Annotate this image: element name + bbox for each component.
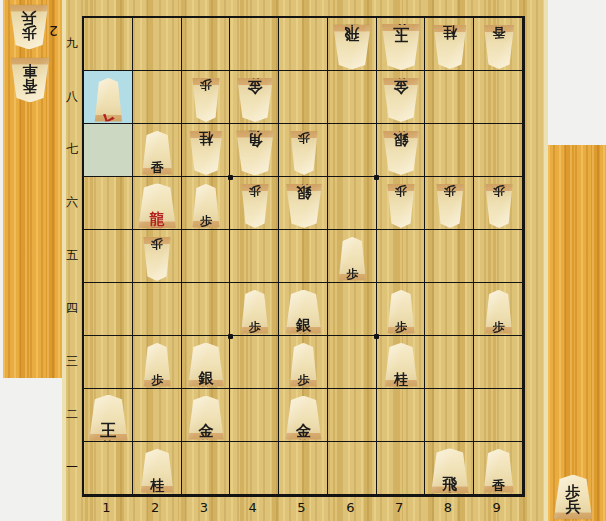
square-4-五[interactable]	[230, 230, 279, 283]
square-6-八[interactable]	[328, 71, 377, 124]
square-6-三[interactable]	[328, 336, 377, 389]
square-4-二[interactable]	[230, 389, 279, 442]
square-6-四[interactable]	[328, 283, 377, 336]
square-9-八[interactable]	[474, 71, 523, 124]
piece-kanji: 桂	[199, 131, 213, 146]
piece-kanji: 車	[23, 61, 38, 77]
piece-kanji: 香	[151, 161, 164, 175]
piece-kanji: 兵	[566, 500, 581, 516]
rank-label-一: 一	[62, 459, 82, 476]
square-1-五[interactable]	[84, 230, 133, 283]
square-5-八[interactable]	[279, 71, 328, 124]
star-point	[228, 175, 233, 180]
piece-kanji: 歩	[395, 184, 407, 196]
piece-歩兵[interactable]: 歩兵	[553, 475, 594, 520]
square-9-二[interactable]	[474, 389, 523, 442]
square-7-五[interactable]	[377, 230, 426, 283]
file-label-3: 3	[194, 500, 214, 515]
piece-kanji: 桂	[394, 372, 408, 387]
piece-kanji: 歩	[151, 237, 163, 249]
square-9-七[interactable]	[474, 124, 523, 177]
rank-label-六: 六	[62, 194, 82, 211]
rank-label-四: 四	[62, 300, 82, 317]
square-2-二[interactable]	[133, 389, 182, 442]
square-8-二[interactable]	[425, 389, 474, 442]
piece-kanji: 玉	[393, 25, 409, 42]
file-label-1: 1	[96, 500, 116, 515]
square-8-八[interactable]	[425, 71, 474, 124]
shogi-app: 歩兵2香車 香車桂馬玉将飛車と歩兵金将金将香車桂馬角行歩兵銀将龍馬歩兵歩兵銀将歩…	[0, 0, 606, 521]
file-label-8: 8	[438, 500, 458, 515]
file-label-6: 6	[340, 500, 360, 515]
hand-count: 2	[49, 23, 58, 39]
rank-label-八: 八	[62, 88, 82, 105]
square-1-一[interactable]	[84, 442, 133, 495]
square-3-五[interactable]	[182, 230, 231, 283]
square-2-四[interactable]	[133, 283, 182, 336]
square-4-一[interactable]	[230, 442, 279, 495]
rank-label-三: 三	[62, 353, 82, 370]
square-7-二[interactable]	[377, 389, 426, 442]
square-1-三[interactable]	[84, 336, 133, 389]
rank-label-九: 九	[62, 35, 82, 52]
file-label-5: 5	[292, 500, 312, 515]
piece-kanji: 歩	[249, 184, 261, 196]
komadai-top-player[interactable]: 歩兵2香車	[3, 0, 62, 378]
file-label-9: 9	[487, 500, 507, 515]
square-7-一[interactable]	[377, 442, 426, 495]
piece-kanji: 桂	[443, 25, 457, 40]
square-6-七[interactable]	[328, 124, 377, 177]
square-6-六[interactable]	[328, 177, 377, 230]
square-3-九[interactable]	[182, 18, 231, 71]
square-1-九[interactable]	[84, 18, 133, 71]
piece-香車[interactable]: 香車	[10, 58, 51, 103]
piece-kanji: 歩	[22, 24, 37, 40]
piece-歩兵[interactable]: 歩兵	[9, 5, 50, 50]
rank-label-五: 五	[62, 247, 82, 264]
piece-kanji: 歩	[444, 184, 456, 196]
square-2-八[interactable]	[133, 71, 182, 124]
komadai-bottom-player[interactable]: 歩兵	[548, 145, 606, 521]
piece-kanji: 歩	[298, 131, 310, 143]
square-3-四[interactable]	[182, 283, 231, 336]
rank-label-七: 七	[62, 141, 82, 158]
square-6-二[interactable]	[328, 389, 377, 442]
square-8-四[interactable]	[425, 283, 474, 336]
square-4-九[interactable]	[230, 18, 279, 71]
square-1-四[interactable]	[84, 283, 133, 336]
square-5-五[interactable]	[279, 230, 328, 283]
star-point	[228, 334, 233, 339]
square-8-三[interactable]	[425, 336, 474, 389]
piece-kanji: 香	[23, 77, 38, 93]
square-8-七[interactable]	[425, 124, 474, 177]
square-6-一[interactable]	[328, 442, 377, 495]
square-1-七[interactable]	[84, 124, 133, 177]
board-grid: 香車桂馬玉将飛車と歩兵金将金将香車桂馬角行歩兵銀将龍馬歩兵歩兵銀将歩兵歩兵歩兵歩…	[82, 16, 525, 497]
piece-kanji: 香	[492, 479, 505, 493]
square-9-三[interactable]	[474, 336, 523, 389]
star-point	[374, 334, 379, 339]
piece-kanji: 歩	[200, 78, 212, 90]
square-1-六[interactable]	[84, 177, 133, 230]
square-3-一[interactable]	[182, 442, 231, 495]
square-2-九[interactable]	[133, 18, 182, 71]
piece-kanji: 香	[492, 25, 505, 39]
file-label-7: 7	[389, 500, 409, 515]
square-9-五[interactable]	[474, 230, 523, 283]
piece-kanji: 桂	[150, 478, 164, 493]
piece-kanji: 歩	[493, 184, 505, 196]
square-5-一[interactable]	[279, 442, 328, 495]
rank-label-二: 二	[62, 406, 82, 423]
square-8-五[interactable]	[425, 230, 474, 283]
star-point	[374, 175, 379, 180]
file-label-2: 2	[145, 500, 165, 515]
square-5-九[interactable]	[279, 18, 328, 71]
square-4-三[interactable]	[230, 336, 279, 389]
piece-kanji: 兵	[22, 8, 37, 24]
file-label-4: 4	[243, 500, 263, 515]
